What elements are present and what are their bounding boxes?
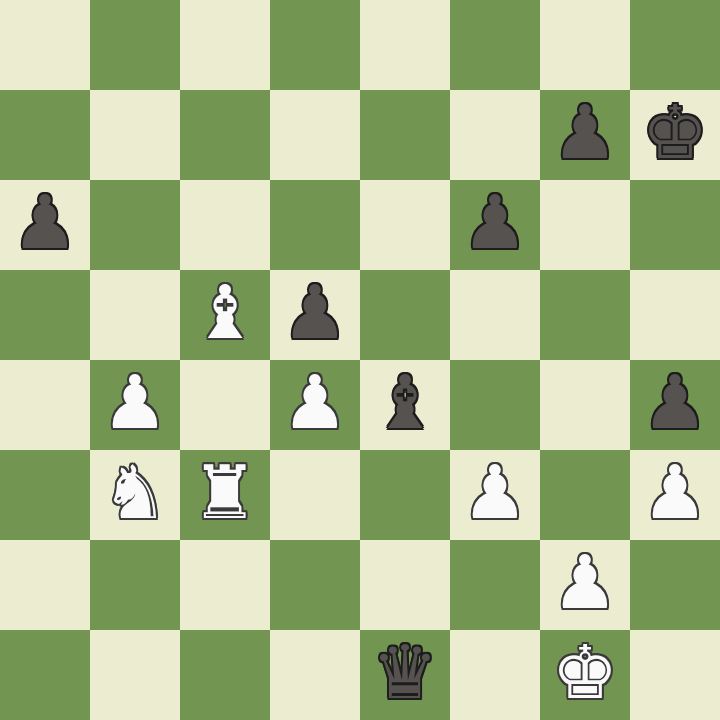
square-a1[interactable] xyxy=(0,630,90,720)
square-h1[interactable] xyxy=(630,630,720,720)
black-pawn[interactable]: ♟ xyxy=(642,360,708,447)
square-d6[interactable] xyxy=(270,180,360,270)
square-g2[interactable]: ♟ xyxy=(540,540,630,630)
square-e5[interactable] xyxy=(360,270,450,360)
square-a3[interactable] xyxy=(0,450,90,540)
square-b4[interactable]: ♟ xyxy=(90,360,180,450)
square-e6[interactable] xyxy=(360,180,450,270)
square-c2[interactable] xyxy=(180,540,270,630)
square-b1[interactable] xyxy=(90,630,180,720)
square-h2[interactable] xyxy=(630,540,720,630)
square-c8[interactable] xyxy=(180,0,270,90)
square-d3[interactable] xyxy=(270,450,360,540)
square-f7[interactable] xyxy=(450,90,540,180)
square-a2[interactable] xyxy=(0,540,90,630)
square-f2[interactable] xyxy=(450,540,540,630)
square-g5[interactable] xyxy=(540,270,630,360)
square-h5[interactable] xyxy=(630,270,720,360)
black-pawn[interactable]: ♟ xyxy=(462,180,528,267)
square-a4[interactable] xyxy=(0,360,90,450)
square-c5[interactable]: ♝ xyxy=(180,270,270,360)
square-c3[interactable]: ♜ xyxy=(180,450,270,540)
square-b2[interactable] xyxy=(90,540,180,630)
black-pawn[interactable]: ♟ xyxy=(282,270,348,357)
square-e2[interactable] xyxy=(360,540,450,630)
square-f5[interactable] xyxy=(450,270,540,360)
square-c1[interactable] xyxy=(180,630,270,720)
square-h3[interactable]: ♟ xyxy=(630,450,720,540)
square-h4[interactable]: ♟ xyxy=(630,360,720,450)
square-d4[interactable]: ♟ xyxy=(270,360,360,450)
square-d7[interactable] xyxy=(270,90,360,180)
square-d2[interactable] xyxy=(270,540,360,630)
square-e1[interactable]: ♛ xyxy=(360,630,450,720)
square-h7[interactable]: ♚ xyxy=(630,90,720,180)
black-pawn[interactable]: ♟ xyxy=(12,180,78,267)
black-king[interactable]: ♚ xyxy=(642,90,708,177)
white-knight[interactable]: ♞ xyxy=(102,450,168,537)
white-pawn[interactable]: ♟ xyxy=(642,450,708,537)
square-a7[interactable] xyxy=(0,90,90,180)
square-c4[interactable] xyxy=(180,360,270,450)
square-d1[interactable] xyxy=(270,630,360,720)
square-g4[interactable] xyxy=(540,360,630,450)
black-bishop[interactable]: ♝ xyxy=(372,360,438,447)
square-b5[interactable] xyxy=(90,270,180,360)
white-king[interactable]: ♚ xyxy=(552,630,618,717)
square-g8[interactable] xyxy=(540,0,630,90)
white-pawn[interactable]: ♟ xyxy=(462,450,528,537)
square-f6[interactable]: ♟ xyxy=(450,180,540,270)
chess-board: ♟♚♟♟♝♟♟♟♝♟♞♜♟♟♟♛♚ xyxy=(0,0,720,720)
square-b6[interactable] xyxy=(90,180,180,270)
square-f1[interactable] xyxy=(450,630,540,720)
square-g3[interactable] xyxy=(540,450,630,540)
square-e4[interactable]: ♝ xyxy=(360,360,450,450)
white-bishop[interactable]: ♝ xyxy=(192,270,258,357)
white-pawn[interactable]: ♟ xyxy=(102,360,168,447)
square-d8[interactable] xyxy=(270,0,360,90)
square-b8[interactable] xyxy=(90,0,180,90)
square-f4[interactable] xyxy=(450,360,540,450)
square-e8[interactable] xyxy=(360,0,450,90)
square-h6[interactable] xyxy=(630,180,720,270)
square-h8[interactable] xyxy=(630,0,720,90)
square-a5[interactable] xyxy=(0,270,90,360)
square-g6[interactable] xyxy=(540,180,630,270)
white-rook[interactable]: ♜ xyxy=(192,450,258,537)
white-pawn[interactable]: ♟ xyxy=(282,360,348,447)
square-a8[interactable] xyxy=(0,0,90,90)
square-g7[interactable]: ♟ xyxy=(540,90,630,180)
black-queen[interactable]: ♛ xyxy=(372,630,438,717)
square-e7[interactable] xyxy=(360,90,450,180)
square-g1[interactable]: ♚ xyxy=(540,630,630,720)
black-pawn[interactable]: ♟ xyxy=(552,90,618,177)
white-pawn[interactable]: ♟ xyxy=(552,540,618,627)
square-b7[interactable] xyxy=(90,90,180,180)
square-b3[interactable]: ♞ xyxy=(90,450,180,540)
square-c6[interactable] xyxy=(180,180,270,270)
square-c7[interactable] xyxy=(180,90,270,180)
square-f8[interactable] xyxy=(450,0,540,90)
square-d5[interactable]: ♟ xyxy=(270,270,360,360)
square-e3[interactable] xyxy=(360,450,450,540)
square-a6[interactable]: ♟ xyxy=(0,180,90,270)
square-f3[interactable]: ♟ xyxy=(450,450,540,540)
